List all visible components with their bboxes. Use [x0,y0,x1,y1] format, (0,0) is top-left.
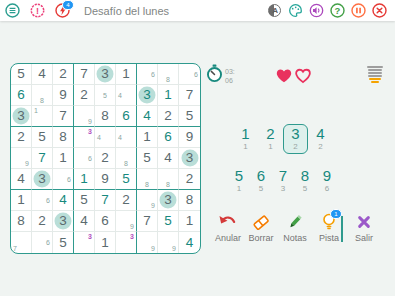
cell-r6c5[interactable]: 9 [95,169,116,190]
cell-r3c1[interactable]: 3 [11,106,32,127]
cell-r3c8[interactable]: 2 [158,106,179,127]
cell-r3c5[interactable]: 8 [95,106,116,127]
cell-r1c6[interactable]: 1 [116,64,137,85]
cell-r5c2[interactable]: 7 [32,148,53,169]
numpad-key-6[interactable]: 65 [250,166,272,196]
cell-r3c3[interactable]: 7 [53,106,74,127]
cell-r7c5[interactable]: 7 [95,190,116,211]
stopwatch-icon [206,64,223,87]
sound-icon[interactable] [309,3,324,18]
cell-r4c2[interactable]: 5 [32,127,53,148]
cell-r6c6[interactable]: 5 [116,169,137,190]
lives [275,67,312,88]
topbar: ! 4 Desafío del lunes A ? [0,0,395,21]
cell-r5c7[interactable]: 5 [137,148,158,169]
numpad-key-9[interactable]: 96 [316,166,338,196]
numpad-key-5[interactable]: 51 [228,166,250,196]
cell-r2c3[interactable]: 9 [53,85,74,106]
cell-r6c2[interactable]: 3 [32,169,53,190]
cell-r5c6[interactable]: 8 [116,148,137,169]
cell-r5c5[interactable]: 2 [95,148,116,169]
cell-r1c7[interactable]: 6 [137,64,158,85]
cell-r2c6[interactable]: 4 [116,85,137,106]
pause-icon[interactable] [351,3,366,18]
cell-r3c7[interactable]: 4 [137,106,158,127]
numpad-key-1[interactable]: 11 [233,124,258,154]
cell-r9c8[interactable]: 9 [158,232,179,253]
lightbulb-icon: 1 [321,212,337,231]
cell-r5c9[interactable]: 3 [179,148,200,169]
timer-value: 03:06 [225,67,235,85]
cell-r9c3[interactable]: 5 [53,232,74,253]
cell-r6c3[interactable]: 6 [53,169,74,190]
cell-r4c8[interactable]: 6 [158,127,179,148]
cell-r9c7[interactable]: 9 [137,232,158,253]
cell-r3c6[interactable]: 6 [116,106,137,127]
cell-r3c4[interactable]: 9 [74,106,95,127]
theme-toggle-icon[interactable]: A [267,3,282,18]
cell-r8c7[interactable]: 7 [137,211,158,232]
cell-r1c4[interactable]: 7 [74,64,95,85]
cell-r9c2[interactable]: 6 [32,232,53,253]
cell-r9c6[interactable]: 3 [116,232,137,253]
cell-r8c2[interactable]: 2 [32,211,53,232]
stats-lines-icon[interactable] [367,66,383,83]
timer: 03:06 [206,64,235,87]
numpad-key-4[interactable]: 42 [308,124,333,154]
cell-r1c2[interactable]: 4 [32,64,53,85]
cell-r1c1[interactable]: 5 [11,64,32,85]
sudoku-board: 5427316866892543173179864252583441699716… [10,63,201,254]
close-icon[interactable] [372,3,387,18]
numpad-row-2: 5165738596 [228,166,338,196]
cell-r6c9[interactable]: 2 [179,169,200,190]
cell-r1c9[interactable]: 6 [179,64,200,85]
cell-r4c7[interactable]: 1 [137,127,158,148]
menu-icon[interactable] [5,3,20,18]
numpad-row-1: 11213242 [233,124,333,154]
cell-r9c5[interactable]: 1 [95,232,116,253]
action-divider [341,216,343,242]
cell-r4c5[interactable]: 4 [95,127,116,148]
cell-r7c8[interactable]: 3 [158,190,179,211]
heart-filled-icon [275,67,293,88]
cell-r2c1[interactable]: 6 [11,85,32,106]
cell-r8c4[interactable]: 4 [74,211,95,232]
undo-icon [218,212,239,231]
cell-r7c1[interactable]: 1 [11,190,32,211]
cell-r6c8[interactable]: 8 [158,169,179,190]
cell-r4c1[interactable]: 2 [11,127,32,148]
cell-r1c5[interactable]: 3 [95,64,116,85]
cell-r5c3[interactable]: 1 [53,148,74,169]
cell-r8c3[interactable]: 3 [53,211,74,232]
page-title: Desafío del lunes [84,5,169,17]
cell-r4c9[interactable]: 9 [179,127,200,148]
cell-r6c1[interactable]: 4 [11,169,32,190]
cell-r5c4[interactable]: 6 [74,148,95,169]
numpad-key-8[interactable]: 85 [294,166,316,196]
cell-r8c1[interactable]: 8 [11,211,32,232]
hint-button[interactable]: 1 Pista [309,212,349,243]
cell-r7c2[interactable]: 6 [32,190,53,211]
cell-r9c4[interactable]: 3 [74,232,95,253]
daily-challenge-icon[interactable]: 4 [55,3,70,18]
cell-r2c7[interactable]: 3 [137,85,158,106]
cell-r4c3[interactable]: 8 [53,127,74,148]
eraser-icon [251,212,271,231]
help-icon[interactable]: ? [330,3,345,18]
exit-x-icon [356,212,372,231]
cell-r2c4[interactable]: 2 [74,85,95,106]
cell-r7c4[interactable]: 5 [74,190,95,211]
cell-r4c6[interactable]: 4 [116,127,137,148]
cell-r7c6[interactable]: 2 [116,190,137,211]
palette-icon[interactable] [288,3,303,18]
cell-r7c7[interactable]: 9 [137,190,158,211]
svg-text:!: ! [36,6,39,16]
cell-r2c8[interactable]: 1 [158,85,179,106]
cell-r2c9[interactable]: 7 [179,85,200,106]
cell-r3c2[interactable]: 1 [32,106,53,127]
cell-r6c7[interactable]: 8 [137,169,158,190]
challenge-badge: 4 [62,0,74,10]
cell-r3c9[interactable]: 5 [179,106,200,127]
cell-r5c8[interactable]: 4 [158,148,179,169]
numpad-key-2[interactable]: 21 [258,124,283,154]
svg-text:?: ? [335,5,341,16]
cell-r7c9[interactable]: 8 [179,190,200,211]
pencil-icon [286,212,304,231]
heart-outline-icon [294,67,312,88]
numpad-key-7[interactable]: 73 [272,166,294,196]
cell-r5c1[interactable]: 9 [11,148,32,169]
cell-r9c1[interactable]: 7 [11,232,32,253]
cell-r1c8[interactable]: 8 [158,64,179,85]
cell-r4c4[interactable]: 3 [74,127,95,148]
numpad-key-3[interactable]: 32 [283,124,308,154]
alerts-icon[interactable]: ! [30,3,45,18]
cell-r8c8[interactable]: 5 [158,211,179,232]
cell-r2c2[interactable]: 8 [32,85,53,106]
cell-r9c9[interactable]: 4 [179,232,200,253]
cell-r8c6[interactable]: 9 [116,211,137,232]
cell-r8c5[interactable]: 6 [95,211,116,232]
cell-r8c9[interactable]: 1 [179,211,200,232]
cell-r6c4[interactable]: 1 [74,169,95,190]
cell-r2c5[interactable]: 5 [95,85,116,106]
cell-r1c3[interactable]: 2 [53,64,74,85]
cell-r7c3[interactable]: 4 [53,190,74,211]
exit-button[interactable]: Salir [344,212,384,243]
